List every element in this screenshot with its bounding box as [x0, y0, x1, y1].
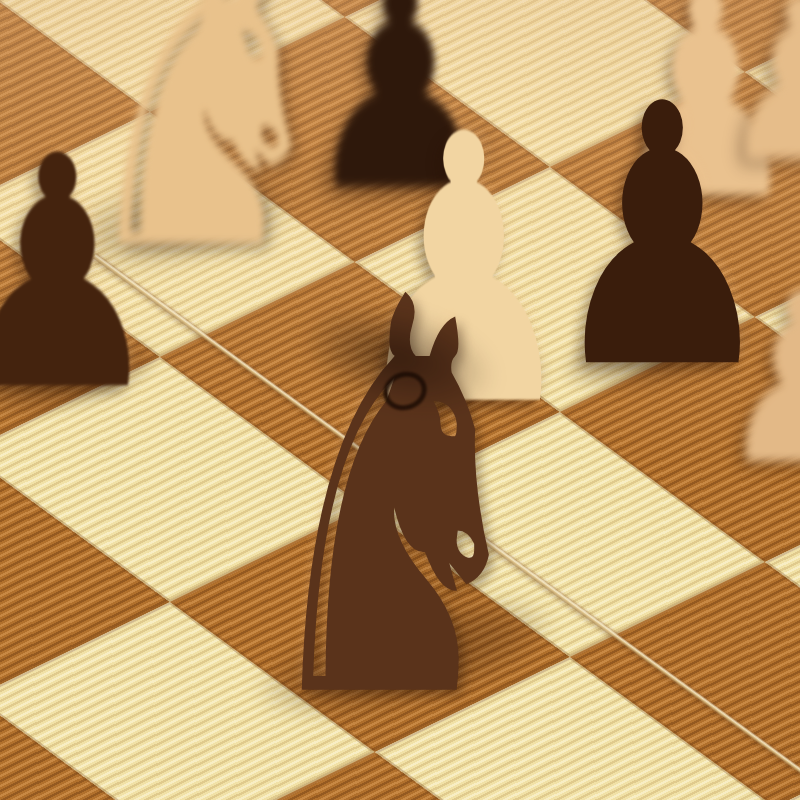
chessboard-photo: ♞♟♟♟♟♟♟♟♞: [0, 0, 800, 800]
